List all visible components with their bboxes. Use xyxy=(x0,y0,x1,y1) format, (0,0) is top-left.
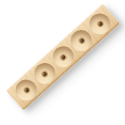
pit-1-center-hole xyxy=(23,87,29,93)
pit-3-center-hole xyxy=(60,54,66,60)
pit-4-center-hole xyxy=(78,37,84,43)
pit-2-center-hole xyxy=(41,70,47,76)
mancala-board xyxy=(5,3,120,110)
pit-5-center-hole xyxy=(96,21,102,27)
product-photo-background xyxy=(0,0,125,125)
